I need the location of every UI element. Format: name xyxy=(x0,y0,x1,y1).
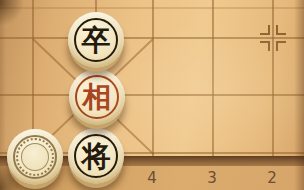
file-line-4 xyxy=(152,0,154,157)
point-marker xyxy=(260,25,286,51)
black-general-glyph: 将 xyxy=(74,134,118,178)
piece-black-pawn[interactable]: 卒 xyxy=(68,12,124,68)
marker-bracket xyxy=(260,41,270,51)
file-label-4: 4 xyxy=(140,169,164,187)
rank-line-4 xyxy=(0,7,304,9)
file-label-3: 3 xyxy=(200,169,224,187)
piece-hidden-facedown[interactable] xyxy=(7,129,63,185)
file-line-3 xyxy=(212,0,214,157)
hidden-piece-inner-ring xyxy=(21,143,49,171)
red-elephant-glyph: 相 xyxy=(75,75,119,119)
xiangqi-board: 4 3 2 将 相 卒 xyxy=(0,0,304,190)
piece-black-general[interactable]: 将 xyxy=(68,128,124,184)
piece-red-elephant[interactable]: 相 xyxy=(69,69,125,125)
marker-bracket xyxy=(260,25,270,35)
black-pawn-glyph: 卒 xyxy=(74,18,118,62)
file-line-2 xyxy=(272,0,274,157)
marker-bracket xyxy=(276,25,286,35)
marker-bracket xyxy=(276,41,286,51)
file-label-2: 2 xyxy=(260,169,284,187)
rank-line-2 xyxy=(0,94,304,96)
